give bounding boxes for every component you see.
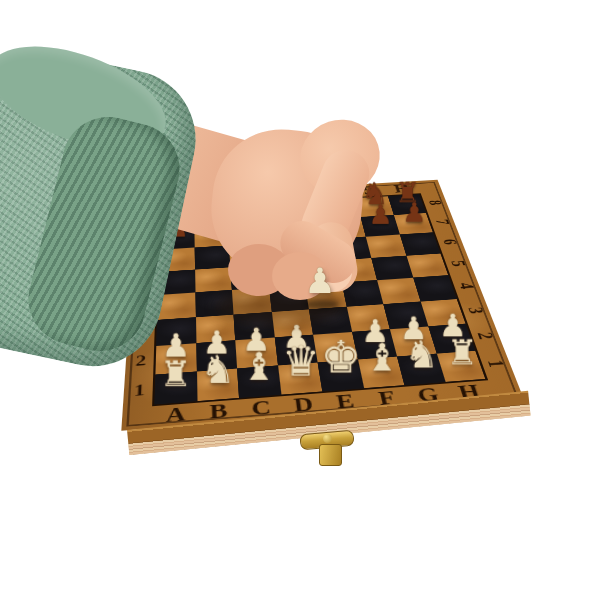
file-label-b-top: B [193, 192, 226, 208]
scene: ♜♞♝♛♚♝♞♜♟♟♟♟♟♟♟♟♟♟♟♟♟♟♟♜♞♝♛♚♝♞♜ AABBCCDD… [0, 0, 600, 600]
square-g5 [371, 256, 413, 281]
file-label-e-top: E [289, 187, 323, 202]
square-h2 [428, 324, 475, 354]
square-f4 [341, 280, 383, 306]
square-f7 [328, 217, 366, 239]
square-d1 [278, 362, 323, 395]
square-f5 [336, 258, 377, 283]
rank-label-2-left: 2 [125, 346, 156, 376]
square-h3 [420, 299, 466, 327]
file-label-a-top: A [161, 194, 194, 210]
square-a8 [160, 208, 194, 229]
square-d6 [263, 241, 301, 265]
file-label-d-top: D [257, 189, 291, 204]
square-a1 [155, 371, 197, 404]
square-a5 [158, 269, 195, 295]
square-b6 [194, 245, 230, 269]
held-white-pawn: ♟ [302, 262, 338, 301]
rank-label-8-right: 8 [416, 195, 453, 211]
file-label-h-top: H [384, 181, 420, 196]
square-d2 [274, 335, 317, 365]
rank-label-3-left: 3 [127, 320, 157, 349]
square-e2 [313, 332, 357, 362]
square-d8 [259, 202, 295, 223]
rank-label-6-right: 6 [430, 233, 470, 251]
held-pawn-shadow [305, 300, 339, 309]
square-a4 [157, 292, 195, 319]
square-b7 [194, 225, 229, 248]
rank-label-6-left: 6 [132, 250, 159, 274]
square-f1 [357, 356, 404, 388]
file-label-c-top: C [225, 190, 259, 205]
clasp-hasp [319, 444, 342, 466]
square-a2 [155, 343, 196, 374]
square-g6 [366, 235, 406, 258]
rank-label-5-right: 5 [437, 254, 478, 273]
square-e6 [298, 239, 337, 262]
square-b8 [194, 206, 228, 227]
square-c6 [229, 243, 266, 267]
rank-label-8-left: 8 [135, 210, 161, 231]
sleeve-fold [0, 26, 179, 169]
square-f6 [332, 237, 371, 260]
coordinate-labels: AABBCCDDEEFFGGHH1122334455667788 [137, 180, 438, 198]
square-a7 [159, 227, 194, 250]
square-a3 [156, 317, 196, 346]
file-label-g-top: G [352, 183, 387, 198]
square-d7 [261, 221, 298, 243]
rank-label-7-right: 7 [423, 214, 461, 231]
square-c5 [230, 265, 268, 290]
rank-label-7-left: 7 [133, 229, 160, 251]
file-label-f-top: F [321, 185, 356, 200]
square-b1 [196, 368, 239, 401]
square-c7 [228, 223, 264, 245]
square-h1 [436, 350, 485, 382]
rank-label-1-left: 1 [123, 374, 156, 407]
square-e1 [318, 359, 364, 391]
square-c8 [226, 204, 261, 225]
square-b5 [195, 267, 232, 292]
square-f3 [346, 304, 390, 332]
square-e8 [291, 200, 327, 221]
square-d5 [266, 262, 305, 287]
square-b2 [196, 340, 237, 371]
rank-label-4-left: 4 [129, 295, 158, 322]
clasp-knob [323, 434, 332, 443]
square-g1 [397, 353, 445, 385]
rank-label-5-left: 5 [130, 272, 158, 297]
square-f8 [324, 198, 361, 219]
square-a6 [159, 248, 195, 272]
square-c1 [237, 365, 281, 398]
square-c2 [235, 338, 277, 369]
square-e7 [295, 219, 332, 241]
